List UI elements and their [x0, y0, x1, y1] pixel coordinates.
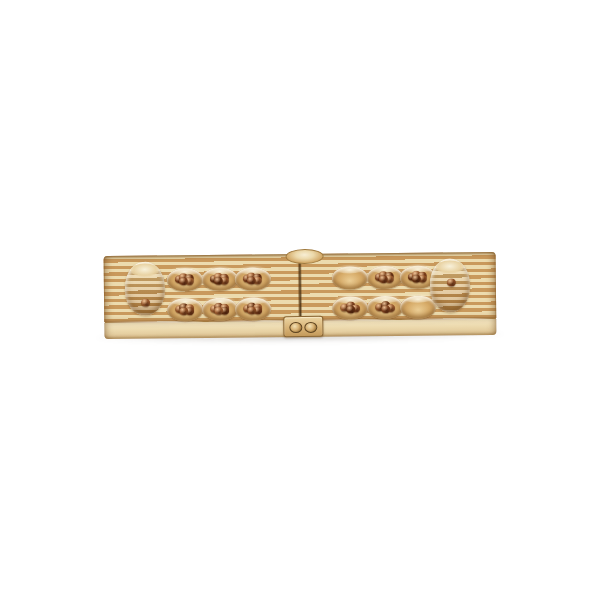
store-left[interactable]: [125, 261, 166, 315]
pit-bottom-5[interactable]: [367, 295, 403, 318]
bead: [141, 298, 150, 306]
pit-top-4[interactable]: [332, 266, 368, 289]
pit-bottom-6[interactable]: [400, 295, 436, 318]
pit-top-2[interactable]: [202, 267, 238, 290]
bead: [381, 305, 390, 313]
bead: [346, 306, 355, 314]
bead: [447, 278, 456, 286]
hinge-rivet-right: [304, 322, 317, 333]
pit-bottom-2[interactable]: [202, 297, 238, 320]
product-photo: [0, 0, 600, 600]
pit-bottom-3[interactable]: [235, 297, 271, 320]
store-right[interactable]: [430, 258, 471, 312]
pit-top-5[interactable]: [367, 265, 403, 288]
hinge-rivet-left: [289, 322, 302, 333]
pit-top-1[interactable]: [167, 268, 203, 291]
pit-bottom-1[interactable]: [167, 298, 203, 321]
pit-top-3[interactable]: [235, 267, 271, 290]
hinge-block: [283, 316, 323, 337]
mancala-board: [0, 0, 600, 600]
pit-bottom-4[interactable]: [332, 296, 368, 319]
